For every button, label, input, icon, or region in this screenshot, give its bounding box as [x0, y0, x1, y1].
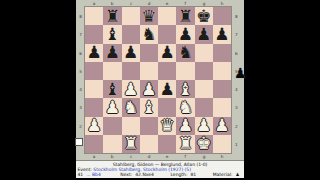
- square-g4[interactable]: [195, 80, 213, 98]
- black-pawn: ♟: [160, 44, 175, 61]
- square-c6[interactable]: ♟: [122, 44, 140, 62]
- square-e7[interactable]: [158, 25, 176, 43]
- square-d3[interactable]: ♝: [140, 98, 158, 116]
- square-a1[interactable]: [85, 135, 103, 153]
- file-label-g: g: [197, 154, 210, 159]
- white-bishop: ♝: [178, 81, 193, 98]
- file-label-b: b: [106, 154, 119, 159]
- square-b3[interactable]: ♟: [103, 98, 121, 116]
- black-knight: ♞: [141, 26, 156, 43]
- white-pawn: ♟: [87, 117, 102, 134]
- square-c7[interactable]: [122, 25, 140, 43]
- square-b4[interactable]: ♝: [103, 80, 121, 98]
- letterbox-left: [0, 0, 76, 180]
- file-label-e: e: [161, 154, 174, 159]
- square-c4[interactable]: ♟: [122, 80, 140, 98]
- material-value: ♟: [236, 172, 240, 177]
- black-bishop: ♝: [105, 26, 120, 43]
- square-a4[interactable]: [85, 80, 103, 98]
- white-knight: ♞: [123, 99, 138, 116]
- file-labels-bottom: abcdefgh: [85, 153, 231, 160]
- square-b7[interactable]: ♝: [103, 25, 121, 43]
- rank-label-7: 7: [233, 28, 242, 41]
- file-label-c: c: [124, 154, 137, 159]
- file-label-a: a: [88, 154, 101, 159]
- rank-label-4: 4: [233, 83, 242, 96]
- square-f3[interactable]: ♞: [176, 98, 194, 116]
- square-f8[interactable]: ♜: [176, 7, 194, 25]
- black-king: ♚: [196, 8, 211, 25]
- move-status-line: 41 ... Bb4 Next: 42.Nxe4 Length: 81 Mate…: [76, 172, 244, 177]
- rank-label-6: 6: [77, 46, 83, 59]
- rank-label-8: 8: [77, 10, 83, 23]
- square-d4[interactable]: ♟: [140, 80, 158, 98]
- white-pawn: ♟: [196, 117, 211, 134]
- square-e6[interactable]: ♟: [158, 44, 176, 62]
- square-a6[interactable]: ♟: [85, 44, 103, 62]
- white-rook: ♜: [178, 135, 193, 152]
- white-pawn: ♟: [105, 99, 120, 116]
- square-e3[interactable]: [158, 98, 176, 116]
- square-d6[interactable]: [140, 44, 158, 62]
- white-bishop: ♝: [141, 99, 156, 116]
- square-a8[interactable]: [85, 7, 103, 25]
- black-pawn: ♟: [160, 81, 175, 98]
- move-number: 41: [78, 172, 84, 177]
- white-rook: ♜: [123, 135, 138, 152]
- next-label: Next:: [120, 172, 132, 177]
- rank-label-2: 2: [77, 119, 83, 132]
- length-label: Length:: [170, 172, 187, 177]
- rank-label-4: 4: [77, 83, 83, 96]
- white-pawn: ♟: [141, 81, 156, 98]
- square-e4[interactable]: ♟: [158, 80, 176, 98]
- square-g8[interactable]: ♚: [195, 7, 213, 25]
- rank-label-6: 6: [233, 46, 242, 59]
- black-pawn: ♟: [196, 26, 211, 43]
- square-c8[interactable]: [122, 7, 140, 25]
- rank-label-7: 7: [77, 28, 83, 41]
- square-e2[interactable]: ♛: [158, 117, 176, 135]
- white-pawn: ♟: [123, 81, 138, 98]
- square-a7[interactable]: [85, 25, 103, 43]
- next-move-value: 42.Nxe4: [135, 172, 154, 177]
- square-g1[interactable]: ♚: [195, 135, 213, 153]
- square-d5[interactable]: [140, 62, 158, 80]
- black-pawn: ♟: [178, 26, 193, 43]
- square-h7[interactable]: ♟: [213, 25, 231, 43]
- file-label-f: f: [179, 154, 192, 159]
- square-c2[interactable]: [122, 117, 140, 135]
- square-b6[interactable]: ♟: [103, 44, 121, 62]
- rank-label-2: 2: [233, 119, 242, 132]
- rank-label-5: 5: [77, 64, 83, 77]
- square-d7[interactable]: ♞: [140, 25, 158, 43]
- square-h5[interactable]: [213, 62, 231, 80]
- letterbox-right: [244, 0, 320, 180]
- white-to-move-indicator: [75, 138, 83, 146]
- last-move[interactable]: ... Bb4: [86, 172, 101, 177]
- square-a5[interactable]: [85, 62, 103, 80]
- square-c5[interactable]: [122, 62, 140, 80]
- square-c1[interactable]: ♜: [122, 135, 140, 153]
- square-f7[interactable]: ♟: [176, 25, 194, 43]
- square-f4[interactable]: ♝: [176, 80, 194, 98]
- rank-label-3: 3: [77, 101, 83, 114]
- square-e5[interactable]: [158, 62, 176, 80]
- square-g7[interactable]: ♟: [195, 25, 213, 43]
- rank-label-1: 1: [233, 137, 242, 150]
- square-d8[interactable]: ♛: [140, 7, 158, 25]
- white-pawn: ♟: [214, 117, 229, 134]
- chess-gui-panel: abcdefgh abcdefgh 87654321 87654321 ♜♛♜♚…: [76, 0, 244, 177]
- rank-label-3: 3: [233, 101, 242, 114]
- square-b5[interactable]: [103, 62, 121, 80]
- square-e1[interactable]: [158, 135, 176, 153]
- square-a3[interactable]: [85, 98, 103, 116]
- square-f6[interactable]: ♞: [176, 44, 194, 62]
- black-pawn: ♟: [105, 44, 120, 61]
- square-b1[interactable]: [103, 135, 121, 153]
- black-pawn: ♟: [214, 26, 229, 43]
- square-a2[interactable]: ♟: [85, 117, 103, 135]
- square-h8[interactable]: [213, 7, 231, 25]
- square-g6[interactable]: [195, 44, 213, 62]
- square-h2[interactable]: ♟: [213, 117, 231, 135]
- black-knight: ♞: [178, 44, 193, 61]
- square-e8[interactable]: [158, 7, 176, 25]
- square-d2[interactable]: [140, 117, 158, 135]
- white-queen: ♛: [160, 117, 175, 134]
- square-h4[interactable]: [213, 80, 231, 98]
- square-f1[interactable]: ♜: [176, 135, 194, 153]
- black-queen: ♛: [141, 8, 156, 25]
- material-label: Material:: [213, 172, 233, 177]
- square-f2[interactable]: ♟: [176, 117, 194, 135]
- square-b8[interactable]: ♜: [103, 7, 121, 25]
- square-d1[interactable]: [140, 135, 158, 153]
- white-knight: ♞: [178, 99, 193, 116]
- square-c3[interactable]: ♞: [122, 98, 140, 116]
- square-g5[interactable]: [195, 62, 213, 80]
- square-g3[interactable]: [195, 98, 213, 116]
- game-info-bar: Stahlberg, Gideon — Berglund, Allan (1-0…: [76, 160, 244, 178]
- black-bishop: ♝: [105, 81, 120, 98]
- black-rook: ♜: [105, 8, 120, 25]
- rank-label-8: 8: [233, 10, 242, 23]
- white-king: ♚: [196, 135, 211, 152]
- video-frame: abcdefgh abcdefgh 87654321 87654321 ♜♛♜♚…: [0, 0, 320, 180]
- material-black-pawn-icon: ♟: [234, 66, 247, 80]
- square-b2[interactable]: [103, 117, 121, 135]
- file-label-h: h: [215, 154, 228, 159]
- square-h3[interactable]: [213, 98, 231, 116]
- chess-board: ♜♛♜♚♝♞♟♟♟♟♟♟♟♞♝♟♟♟♝♟♞♝♞♟♛♟♟♟♜♜♚: [84, 6, 232, 154]
- square-h6[interactable]: [213, 44, 231, 62]
- black-rook: ♜: [178, 8, 193, 25]
- square-f5[interactable]: [176, 62, 194, 80]
- white-pawn: ♟: [178, 117, 193, 134]
- length-value: 81: [190, 172, 196, 177]
- black-pawn: ♟: [123, 44, 138, 61]
- square-g2[interactable]: ♟: [195, 117, 213, 135]
- file-label-d: d: [142, 154, 155, 159]
- black-pawn: ♟: [87, 44, 102, 61]
- square-h1[interactable]: [213, 135, 231, 153]
